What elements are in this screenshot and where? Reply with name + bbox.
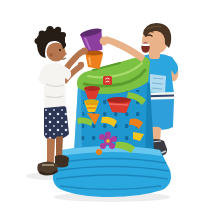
brand-badge [103,76,112,85]
small-orange-peg [96,149,102,155]
toddler-raised-hand [81,48,88,55]
toddler-front-leg [47,138,55,164]
toddler-curl-2 [46,26,53,33]
toddler-lower-hand [78,62,84,68]
toddler-curl-3 [55,27,61,33]
toddler-curl-5 [35,38,41,44]
toddler-ear [49,53,53,57]
scene-illustration [0,0,214,214]
toddler-shorts-floral [44,106,69,140]
boy-teeth [142,44,150,46]
toddler-back-leg [56,136,63,158]
boy-right-hand [100,37,109,46]
toddler-curl-4 [60,32,66,38]
product-photo [0,0,214,214]
toddler-eye [59,49,61,51]
toddler-curl-1 [39,31,46,38]
